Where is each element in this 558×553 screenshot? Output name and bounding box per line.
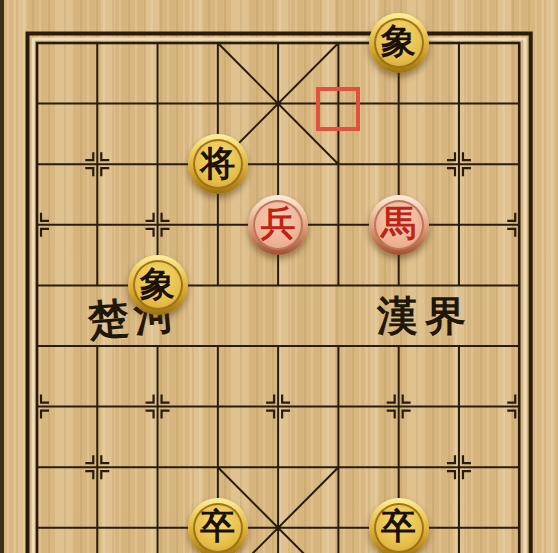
piece-face: 卒 bbox=[193, 503, 243, 553]
piece-black-elephant-1[interactable]: 象 bbox=[369, 13, 429, 73]
piece-glyph: 卒 bbox=[200, 509, 235, 544]
piece-face: 馬 bbox=[374, 200, 424, 250]
piece-black-soldier-2[interactable]: 卒 bbox=[369, 498, 429, 553]
piece-black-soldier-1[interactable]: 卒 bbox=[188, 498, 248, 553]
xiangqi-board-screen: 楚河 漢界 象将兵馬象卒卒 bbox=[0, 0, 558, 553]
piece-face: 将 bbox=[193, 139, 243, 189]
last-move-origin-marker bbox=[316, 87, 360, 131]
piece-face: 兵 bbox=[253, 200, 303, 250]
piece-glyph: 兵 bbox=[261, 206, 296, 241]
piece-grid: 象将兵馬象卒卒 bbox=[7, 13, 549, 553]
piece-face: 象 bbox=[374, 18, 424, 68]
piece-red-soldier[interactable]: 兵 bbox=[248, 195, 308, 255]
piece-glyph: 象 bbox=[381, 24, 416, 59]
piece-glyph: 将 bbox=[200, 146, 235, 181]
piece-red-horse[interactable]: 馬 bbox=[369, 195, 429, 255]
piece-black-general[interactable]: 将 bbox=[188, 134, 248, 194]
piece-glyph: 象 bbox=[140, 267, 175, 302]
piece-glyph: 卒 bbox=[381, 509, 416, 544]
piece-face: 象 bbox=[133, 260, 183, 310]
piece-black-elephant-2[interactable]: 象 bbox=[128, 255, 188, 315]
piece-face: 卒 bbox=[374, 503, 424, 553]
piece-glyph: 馬 bbox=[381, 206, 416, 241]
